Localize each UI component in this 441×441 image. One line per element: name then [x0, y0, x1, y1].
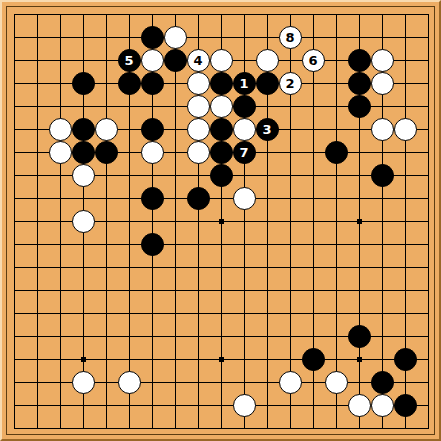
- point-P17[interactable]: [325, 49, 348, 72]
- point-N1[interactable]: [279, 417, 302, 436]
- point-D2[interactable]: [72, 394, 95, 417]
- point-T17[interactable]: [417, 49, 436, 72]
- point-C6[interactable]: [49, 302, 72, 325]
- point-T6[interactable]: [417, 302, 436, 325]
- point-O10[interactable]: [302, 210, 325, 233]
- point-L12[interactable]: [233, 164, 256, 187]
- point-J2[interactable]: [187, 394, 210, 417]
- point-P12[interactable]: [325, 164, 348, 187]
- point-T1[interactable]: [417, 417, 436, 436]
- point-K3[interactable]: [210, 371, 233, 394]
- point-J3[interactable]: [187, 371, 210, 394]
- point-B14[interactable]: [26, 118, 49, 141]
- point-E18[interactable]: [95, 26, 118, 49]
- point-A5[interactable]: [6, 325, 26, 348]
- point-S13[interactable]: [394, 141, 417, 164]
- point-H12[interactable]: [164, 164, 187, 187]
- point-P10[interactable]: [325, 210, 348, 233]
- point-S7[interactable]: [394, 279, 417, 302]
- point-C17[interactable]: [49, 49, 72, 72]
- point-H6[interactable]: [164, 302, 187, 325]
- point-N12[interactable]: [279, 164, 302, 187]
- point-D4[interactable]: [72, 348, 95, 371]
- point-T19[interactable]: [417, 6, 436, 26]
- point-B12[interactable]: [26, 164, 49, 187]
- point-B6[interactable]: [26, 302, 49, 325]
- point-B9[interactable]: [26, 233, 49, 256]
- point-A18[interactable]: [6, 26, 26, 49]
- point-F7[interactable]: [118, 279, 141, 302]
- point-H15[interactable]: [164, 95, 187, 118]
- point-P9[interactable]: [325, 233, 348, 256]
- point-A3[interactable]: [6, 371, 26, 394]
- point-R4[interactable]: [371, 348, 394, 371]
- point-M13[interactable]: [256, 141, 279, 164]
- point-L6[interactable]: [233, 302, 256, 325]
- point-S3[interactable]: [394, 371, 417, 394]
- point-K6[interactable]: [210, 302, 233, 325]
- point-K5[interactable]: [210, 325, 233, 348]
- point-B5[interactable]: [26, 325, 49, 348]
- point-J9[interactable]: [187, 233, 210, 256]
- point-P1[interactable]: [325, 417, 348, 436]
- point-L9[interactable]: [233, 233, 256, 256]
- point-T4[interactable]: [417, 348, 436, 371]
- point-J7[interactable]: [187, 279, 210, 302]
- point-Q12[interactable]: [348, 164, 371, 187]
- point-M7[interactable]: [256, 279, 279, 302]
- point-N14[interactable]: [279, 118, 302, 141]
- point-N4[interactable]: [279, 348, 302, 371]
- point-R19[interactable]: [371, 6, 394, 26]
- point-Q10[interactable]: [348, 210, 371, 233]
- point-B19[interactable]: [26, 6, 49, 26]
- point-C7[interactable]: [49, 279, 72, 302]
- point-O11[interactable]: [302, 187, 325, 210]
- point-B16[interactable]: [26, 72, 49, 95]
- point-P16[interactable]: [325, 72, 348, 95]
- point-N6[interactable]: [279, 302, 302, 325]
- point-M6[interactable]: [256, 302, 279, 325]
- point-T3[interactable]: [417, 371, 436, 394]
- point-O19[interactable]: [302, 6, 325, 26]
- point-G1[interactable]: [141, 417, 164, 436]
- point-F9[interactable]: [118, 233, 141, 256]
- point-P4[interactable]: [325, 348, 348, 371]
- point-S12[interactable]: [394, 164, 417, 187]
- point-J19[interactable]: [187, 6, 210, 26]
- point-D15[interactable]: [72, 95, 95, 118]
- point-J4[interactable]: [187, 348, 210, 371]
- point-M19[interactable]: [256, 6, 279, 26]
- point-C2[interactable]: [49, 394, 72, 417]
- point-J12[interactable]: [187, 164, 210, 187]
- point-F1[interactable]: [118, 417, 141, 436]
- point-L1[interactable]: [233, 417, 256, 436]
- point-O1[interactable]: [302, 417, 325, 436]
- point-R8[interactable]: [371, 256, 394, 279]
- point-N2[interactable]: [279, 394, 302, 417]
- point-G4[interactable]: [141, 348, 164, 371]
- point-G10[interactable]: [141, 210, 164, 233]
- point-R18[interactable]: [371, 26, 394, 49]
- point-H1[interactable]: [164, 417, 187, 436]
- point-Q11[interactable]: [348, 187, 371, 210]
- point-O6[interactable]: [302, 302, 325, 325]
- point-H11[interactable]: [164, 187, 187, 210]
- point-E6[interactable]: [95, 302, 118, 325]
- point-M4[interactable]: [256, 348, 279, 371]
- point-C15[interactable]: [49, 95, 72, 118]
- point-G15[interactable]: [141, 95, 164, 118]
- point-S15[interactable]: [394, 95, 417, 118]
- point-E4[interactable]: [95, 348, 118, 371]
- point-E3[interactable]: [95, 371, 118, 394]
- point-G19[interactable]: [141, 6, 164, 26]
- point-M8[interactable]: [256, 256, 279, 279]
- point-E10[interactable]: [95, 210, 118, 233]
- point-A15[interactable]: [6, 95, 26, 118]
- point-S18[interactable]: [394, 26, 417, 49]
- point-E15[interactable]: [95, 95, 118, 118]
- point-Q4[interactable]: [348, 348, 371, 371]
- point-T15[interactable]: [417, 95, 436, 118]
- point-M3[interactable]: [256, 371, 279, 394]
- point-L19[interactable]: [233, 6, 256, 26]
- point-F5[interactable]: [118, 325, 141, 348]
- point-P7[interactable]: [325, 279, 348, 302]
- point-S10[interactable]: [394, 210, 417, 233]
- point-L17[interactable]: [233, 49, 256, 72]
- point-N19[interactable]: [279, 6, 302, 26]
- point-T9[interactable]: [417, 233, 436, 256]
- point-C1[interactable]: [49, 417, 72, 436]
- point-C10[interactable]: [49, 210, 72, 233]
- point-D1[interactable]: [72, 417, 95, 436]
- point-F14[interactable]: [118, 118, 141, 141]
- point-C11[interactable]: [49, 187, 72, 210]
- point-H10[interactable]: [164, 210, 187, 233]
- point-G2[interactable]: [141, 394, 164, 417]
- point-O18[interactable]: [302, 26, 325, 49]
- point-G3[interactable]: [141, 371, 164, 394]
- point-R1[interactable]: [371, 417, 394, 436]
- point-N13[interactable]: [279, 141, 302, 164]
- point-H8[interactable]: [164, 256, 187, 279]
- point-D8[interactable]: [72, 256, 95, 279]
- point-A2[interactable]: [6, 394, 26, 417]
- point-T2[interactable]: [417, 394, 436, 417]
- point-B10[interactable]: [26, 210, 49, 233]
- point-C8[interactable]: [49, 256, 72, 279]
- point-N11[interactable]: [279, 187, 302, 210]
- point-N5[interactable]: [279, 325, 302, 348]
- point-P18[interactable]: [325, 26, 348, 49]
- point-B2[interactable]: [26, 394, 49, 417]
- point-S19[interactable]: [394, 6, 417, 26]
- point-A7[interactable]: [6, 279, 26, 302]
- point-D5[interactable]: [72, 325, 95, 348]
- point-L3[interactable]: [233, 371, 256, 394]
- point-A11[interactable]: [6, 187, 26, 210]
- point-E12[interactable]: [95, 164, 118, 187]
- point-A1[interactable]: [6, 417, 26, 436]
- point-F13[interactable]: [118, 141, 141, 164]
- point-H7[interactable]: [164, 279, 187, 302]
- point-F11[interactable]: [118, 187, 141, 210]
- point-C19[interactable]: [49, 6, 72, 26]
- point-T18[interactable]: [417, 26, 436, 49]
- point-E2[interactable]: [95, 394, 118, 417]
- point-E1[interactable]: [95, 417, 118, 436]
- point-F8[interactable]: [118, 256, 141, 279]
- point-S17[interactable]: [394, 49, 417, 72]
- point-O14[interactable]: [302, 118, 325, 141]
- point-O13[interactable]: [302, 141, 325, 164]
- point-K18[interactable]: [210, 26, 233, 49]
- point-F4[interactable]: [118, 348, 141, 371]
- point-N8[interactable]: [279, 256, 302, 279]
- point-J1[interactable]: [187, 417, 210, 436]
- point-H16[interactable]: [164, 72, 187, 95]
- point-R9[interactable]: [371, 233, 394, 256]
- point-P15[interactable]: [325, 95, 348, 118]
- point-K8[interactable]: [210, 256, 233, 279]
- point-Q6[interactable]: [348, 302, 371, 325]
- point-R15[interactable]: [371, 95, 394, 118]
- point-R13[interactable]: [371, 141, 394, 164]
- point-D11[interactable]: [72, 187, 95, 210]
- point-B3[interactable]: [26, 371, 49, 394]
- point-H5[interactable]: [164, 325, 187, 348]
- point-E19[interactable]: [95, 6, 118, 26]
- point-Q13[interactable]: [348, 141, 371, 164]
- point-F15[interactable]: [118, 95, 141, 118]
- point-H14[interactable]: [164, 118, 187, 141]
- point-D9[interactable]: [72, 233, 95, 256]
- point-G12[interactable]: [141, 164, 164, 187]
- point-L18[interactable]: [233, 26, 256, 49]
- point-Q7[interactable]: [348, 279, 371, 302]
- point-B4[interactable]: [26, 348, 49, 371]
- point-J6[interactable]: [187, 302, 210, 325]
- point-O2[interactable]: [302, 394, 325, 417]
- point-E11[interactable]: [95, 187, 118, 210]
- point-O8[interactable]: [302, 256, 325, 279]
- point-B17[interactable]: [26, 49, 49, 72]
- point-T11[interactable]: [417, 187, 436, 210]
- point-L10[interactable]: [233, 210, 256, 233]
- point-Q9[interactable]: [348, 233, 371, 256]
- point-G8[interactable]: [141, 256, 164, 279]
- point-B8[interactable]: [26, 256, 49, 279]
- point-M18[interactable]: [256, 26, 279, 49]
- point-B15[interactable]: [26, 95, 49, 118]
- point-C4[interactable]: [49, 348, 72, 371]
- point-H13[interactable]: [164, 141, 187, 164]
- point-S5[interactable]: [394, 325, 417, 348]
- point-P8[interactable]: [325, 256, 348, 279]
- point-M12[interactable]: [256, 164, 279, 187]
- point-K10[interactable]: [210, 210, 233, 233]
- point-T13[interactable]: [417, 141, 436, 164]
- point-B1[interactable]: [26, 417, 49, 436]
- point-A14[interactable]: [6, 118, 26, 141]
- point-K2[interactable]: [210, 394, 233, 417]
- point-H3[interactable]: [164, 371, 187, 394]
- point-P19[interactable]: [325, 6, 348, 26]
- point-N15[interactable]: [279, 95, 302, 118]
- white-stone-move-8: 8: [279, 26, 302, 49]
- point-L7[interactable]: [233, 279, 256, 302]
- point-M10[interactable]: [256, 210, 279, 233]
- point-O15[interactable]: [302, 95, 325, 118]
- point-R5[interactable]: [371, 325, 394, 348]
- point-B11[interactable]: [26, 187, 49, 210]
- point-C3[interactable]: [49, 371, 72, 394]
- point-C12[interactable]: [49, 164, 72, 187]
- point-K11[interactable]: [210, 187, 233, 210]
- point-Q3[interactable]: [348, 371, 371, 394]
- point-M5[interactable]: [256, 325, 279, 348]
- point-O16[interactable]: [302, 72, 325, 95]
- point-T8[interactable]: [417, 256, 436, 279]
- point-C9[interactable]: [49, 233, 72, 256]
- point-P6[interactable]: [325, 302, 348, 325]
- point-T5[interactable]: [417, 325, 436, 348]
- point-B13[interactable]: [26, 141, 49, 164]
- point-S16[interactable]: [394, 72, 417, 95]
- point-G7[interactable]: [141, 279, 164, 302]
- point-L14: [233, 118, 256, 141]
- point-B18[interactable]: [26, 26, 49, 49]
- point-J18[interactable]: [187, 26, 210, 49]
- point-N17[interactable]: [279, 49, 302, 72]
- point-K9[interactable]: [210, 233, 233, 256]
- point-S11[interactable]: [394, 187, 417, 210]
- point-H19[interactable]: [164, 6, 187, 26]
- point-R7[interactable]: [371, 279, 394, 302]
- point-M1[interactable]: [256, 417, 279, 436]
- point-R10[interactable]: [371, 210, 394, 233]
- point-A10[interactable]: [6, 210, 26, 233]
- point-E8[interactable]: [95, 256, 118, 279]
- point-Q18[interactable]: [348, 26, 371, 49]
- point-O9[interactable]: [302, 233, 325, 256]
- point-K7[interactable]: [210, 279, 233, 302]
- point-J8[interactable]: [187, 256, 210, 279]
- point-T10[interactable]: [417, 210, 436, 233]
- point-O12[interactable]: [302, 164, 325, 187]
- point-A4[interactable]: [6, 348, 26, 371]
- point-L8[interactable]: [233, 256, 256, 279]
- point-M15[interactable]: [256, 95, 279, 118]
- point-T12[interactable]: [417, 164, 436, 187]
- point-Q14[interactable]: [348, 118, 371, 141]
- point-G5[interactable]: [141, 325, 164, 348]
- point-N7[interactable]: [279, 279, 302, 302]
- point-L4[interactable]: [233, 348, 256, 371]
- point-E16[interactable]: [95, 72, 118, 95]
- point-S6[interactable]: [394, 302, 417, 325]
- point-R6[interactable]: [371, 302, 394, 325]
- point-E17[interactable]: [95, 49, 118, 72]
- point-J5[interactable]: [187, 325, 210, 348]
- point-A9[interactable]: [6, 233, 26, 256]
- point-G6[interactable]: [141, 302, 164, 325]
- point-K4[interactable]: [210, 348, 233, 371]
- point-A17[interactable]: [6, 49, 26, 72]
- point-F18[interactable]: [118, 26, 141, 49]
- point-A19[interactable]: [6, 6, 26, 26]
- point-C16[interactable]: [49, 72, 72, 95]
- point-Q8[interactable]: [348, 256, 371, 279]
- point-H9[interactable]: [164, 233, 187, 256]
- point-N10[interactable]: [279, 210, 302, 233]
- point-R11[interactable]: [371, 187, 394, 210]
- point-E9[interactable]: [95, 233, 118, 256]
- point-E7[interactable]: [95, 279, 118, 302]
- point-O7[interactable]: [302, 279, 325, 302]
- point-K19[interactable]: [210, 6, 233, 26]
- point-O5[interactable]: [302, 325, 325, 348]
- point-C18[interactable]: [49, 26, 72, 49]
- point-P5[interactable]: [325, 325, 348, 348]
- point-O3[interactable]: [302, 371, 325, 394]
- point-P11[interactable]: [325, 187, 348, 210]
- point-T16[interactable]: [417, 72, 436, 95]
- point-Q1[interactable]: [348, 417, 371, 436]
- point-K1[interactable]: [210, 417, 233, 436]
- point-N9[interactable]: [279, 233, 302, 256]
- point-D7[interactable]: [72, 279, 95, 302]
- point-H4[interactable]: [164, 348, 187, 371]
- point-L5[interactable]: [233, 325, 256, 348]
- point-A12[interactable]: [6, 164, 26, 187]
- point-M11[interactable]: [256, 187, 279, 210]
- point-Q19[interactable]: [348, 6, 371, 26]
- point-D17[interactable]: [72, 49, 95, 72]
- point-P2[interactable]: [325, 394, 348, 417]
- point-A8[interactable]: [6, 256, 26, 279]
- point-T7[interactable]: [417, 279, 436, 302]
- point-S8[interactable]: [394, 256, 417, 279]
- point-C5[interactable]: [49, 325, 72, 348]
- point-M9[interactable]: [256, 233, 279, 256]
- point-F10[interactable]: [118, 210, 141, 233]
- point-F12[interactable]: [118, 164, 141, 187]
- point-F2[interactable]: [118, 394, 141, 417]
- point-F6[interactable]: [118, 302, 141, 325]
- move-number-label: 2: [285, 77, 294, 90]
- point-H2[interactable]: [164, 394, 187, 417]
- point-T14[interactable]: [417, 118, 436, 141]
- point-A16[interactable]: [6, 72, 26, 95]
- point-S9[interactable]: [394, 233, 417, 256]
- point-D19[interactable]: [72, 6, 95, 26]
- point-D6[interactable]: [72, 302, 95, 325]
- point-P14[interactable]: [325, 118, 348, 141]
- point-A6[interactable]: [6, 302, 26, 325]
- point-J10[interactable]: [187, 210, 210, 233]
- point-A13[interactable]: [6, 141, 26, 164]
- point-B7[interactable]: [26, 279, 49, 302]
- point-F19[interactable]: [118, 6, 141, 26]
- point-S1[interactable]: [394, 417, 417, 436]
- point-M2[interactable]: [256, 394, 279, 417]
- point-E5[interactable]: [95, 325, 118, 348]
- point-D18[interactable]: [72, 26, 95, 49]
